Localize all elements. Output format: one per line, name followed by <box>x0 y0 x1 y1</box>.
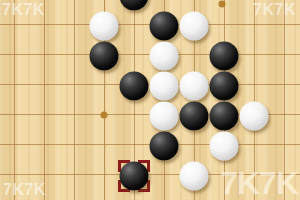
star-point <box>101 112 108 119</box>
stone-white <box>150 102 179 131</box>
grid-vertical-line <box>14 0 15 200</box>
grid-vertical-line <box>44 0 45 200</box>
stone-white <box>90 12 119 41</box>
grid-vertical-line <box>74 0 75 200</box>
stone-white <box>180 12 209 41</box>
stone-white <box>180 162 209 191</box>
stone-black <box>210 102 239 131</box>
stone-white <box>150 42 179 71</box>
stone-white <box>150 72 179 101</box>
stone-black <box>150 132 179 161</box>
stone-black <box>120 0 149 11</box>
stone-black <box>120 72 149 101</box>
gomoku-board[interactable]: 7K7K 7K7K 7K7K 7K7K <box>0 0 300 200</box>
star-point <box>219 1 226 8</box>
watermark-top-left: 7K7K <box>2 2 45 18</box>
stone-white <box>180 72 209 101</box>
stone-black <box>90 42 119 71</box>
stone-black <box>210 42 239 71</box>
watermark-bottom-right: 7K7K <box>220 167 298 199</box>
stone-white <box>210 132 239 161</box>
stone-black <box>210 72 239 101</box>
stone-white <box>240 102 269 131</box>
watermark-top-right: 7K7K <box>253 2 296 18</box>
watermark-bottom-left: 7K7K <box>3 182 46 198</box>
stone-black <box>180 102 209 131</box>
stone-black <box>150 12 179 41</box>
stone-black <box>120 162 149 191</box>
